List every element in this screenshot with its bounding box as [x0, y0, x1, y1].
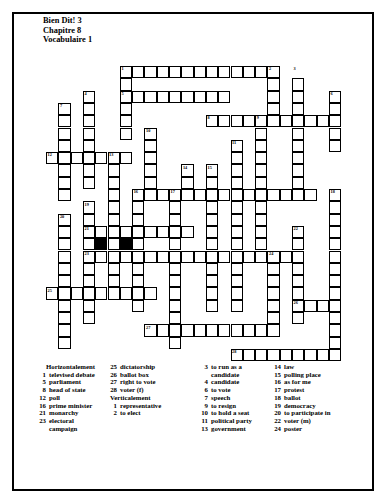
grid-cell-r20c3[interactable] [83, 312, 95, 324]
grid-cell-r16c15[interactable] [231, 263, 243, 275]
clue-text: poster [284, 425, 302, 433]
clue-item-continuation: campaign [36, 425, 95, 433]
grid-cell-r18c23[interactable] [329, 287, 341, 299]
grid-cell-r9c15[interactable] [231, 177, 243, 189]
grid-cell-r10c20[interactable] [292, 189, 304, 201]
clue-item-14: 14law [271, 363, 330, 371]
grid-cell-r11c23[interactable] [329, 201, 341, 213]
grid-cell-r13c8[interactable] [144, 226, 156, 238]
grid-cell-r23c23[interactable] [329, 349, 341, 361]
grid-cell-r10c15[interactable] [231, 189, 243, 201]
clue-item-4: 4candidate [198, 378, 252, 386]
grid-cell-r11c5[interactable] [108, 201, 120, 213]
grid-cell-r15c12[interactable] [194, 251, 206, 263]
clue-text: law [284, 363, 294, 371]
grid-cell-r12c1[interactable] [58, 214, 70, 226]
grid-cell-r17c20[interactable] [292, 275, 304, 287]
grid-cell-r10c12[interactable] [194, 189, 206, 201]
clue-item-2: 2to elect [107, 409, 161, 417]
clue-number: 3 [198, 363, 208, 371]
grid-cell-r9c3[interactable] [83, 177, 95, 189]
grid-cell-r22c10[interactable] [169, 337, 181, 349]
grid-cell-r17c23[interactable] [329, 275, 341, 287]
grid-cell-r4c20[interactable] [292, 115, 304, 127]
grid-cell-r18c2[interactable] [71, 287, 83, 299]
grid-cell-r11c3[interactable] [83, 201, 95, 213]
grid-cell-r10c17[interactable] [255, 189, 267, 201]
grid-cell-r0c6[interactable] [120, 66, 132, 78]
grid-cell-r20c10[interactable] [169, 312, 181, 324]
grid-cell-r17c10[interactable] [169, 275, 181, 287]
grid-cell-r23c17[interactable] [255, 349, 267, 361]
grid-cell-r5c6[interactable] [120, 128, 132, 140]
clue-item-continuation: candidate [198, 371, 252, 379]
grid-cell-r12c7[interactable] [132, 214, 144, 226]
clue-item-12: 12poll [36, 394, 95, 402]
grid-cell-r2c20[interactable] [292, 91, 304, 103]
grid-cell-r15c6[interactable] [120, 251, 132, 263]
grid-cell-r7c1[interactable] [58, 152, 70, 164]
grid-cell-r15c19[interactable] [280, 251, 292, 263]
clue-number: 22 [271, 417, 281, 425]
clue-text: to elect [120, 409, 141, 417]
grid-cell-r0c13[interactable] [206, 66, 218, 78]
grid-cell-r13c5[interactable] [108, 226, 120, 238]
grid-cell-r4c22[interactable] [317, 115, 329, 127]
clue-item-22: 22voter (m) [271, 417, 330, 425]
grid-cell-r16c10[interactable] [169, 263, 181, 275]
clue-number: 2 [107, 409, 117, 417]
grid-cell-r10c7[interactable] [132, 189, 144, 201]
grid-cell-r18c15[interactable] [231, 287, 243, 299]
grid-cell-r10c11[interactable] [181, 189, 193, 201]
grid-cell-r0c10[interactable] [169, 66, 181, 78]
grid-cell-r12c5[interactable] [108, 214, 120, 226]
grid-cell-r10c19[interactable] [280, 189, 292, 201]
grid-cell-r9c8[interactable] [144, 177, 156, 189]
clue-number: 9 [198, 402, 208, 410]
clue-text: speech [211, 394, 230, 402]
grid-cell-r9c17[interactable] [255, 177, 267, 189]
grid-cell-r1c6[interactable] [120, 78, 132, 90]
grid-cell-r14c7[interactable] [132, 238, 144, 250]
grid-cell-r4c3[interactable] [83, 115, 95, 127]
grid-cell-r7c15[interactable] [231, 152, 243, 164]
grid-cell-r23c18[interactable] [267, 349, 279, 361]
grid-cell-r20c18[interactable] [267, 312, 279, 324]
grid-cell-r15c5[interactable] [108, 251, 120, 263]
grid-cell-r19c18[interactable] [267, 300, 279, 312]
grid-cell-r13c11[interactable] [181, 226, 193, 238]
grid-cell-r7c6[interactable] [120, 152, 132, 164]
clue-number: 14 [271, 363, 281, 371]
grid-cell-r17c15[interactable] [231, 275, 243, 287]
grid-cell-r3c6[interactable] [120, 103, 132, 115]
grid-cell-r19c10[interactable] [169, 300, 181, 312]
grid-cell-r15c8[interactable] [144, 251, 156, 263]
grid-cell-r14c20[interactable] [292, 238, 304, 250]
grid-cell-r14c10[interactable] [169, 238, 181, 250]
grid-cell-r3c1[interactable] [58, 103, 70, 115]
grid-cell-r2c14[interactable] [218, 91, 230, 103]
grid-cell-r17c18[interactable] [267, 275, 279, 287]
grid-cell-r14c13[interactable] [206, 238, 218, 250]
grid-cell-r21c18[interactable] [267, 324, 279, 336]
clue-item-25: 25dictatorship [107, 363, 161, 371]
grid-cell-r22c23[interactable] [329, 337, 341, 349]
grid-cell-r19c3[interactable] [83, 300, 95, 312]
grid-cell-r21c13[interactable] [206, 324, 218, 336]
grid-cell-r10c16[interactable] [243, 189, 255, 201]
grid-cell-r3c3[interactable] [83, 103, 95, 115]
grid-cell-r13c1[interactable] [58, 226, 70, 238]
grid-cell-r6c15[interactable] [231, 140, 243, 152]
grid-cell-r10c9[interactable] [157, 189, 169, 201]
grid-cell-r8c13[interactable] [206, 164, 218, 176]
grid-cell-r12c10[interactable] [169, 214, 181, 226]
grid-cell-r23c21[interactable] [304, 349, 316, 361]
grid-cell-r13c20[interactable] [292, 226, 304, 238]
clue-item-5: 5parliament [36, 378, 95, 386]
clue-item-9: 9to resign [198, 402, 252, 410]
clue-text: representative [120, 402, 161, 410]
grid-cell-r17c3[interactable] [83, 275, 95, 287]
grid-cell-r17c13[interactable] [206, 275, 218, 287]
grid-cell-r20c23[interactable] [329, 312, 341, 324]
grid-cell-r2c23[interactable] [329, 91, 341, 103]
clue-text: political party [211, 417, 252, 425]
clue-number: 6 [198, 386, 208, 394]
grid-cell-r2c9[interactable] [157, 91, 169, 103]
grid-cell-r2c12[interactable] [194, 91, 206, 103]
grid-cell-r0c18[interactable] [267, 66, 279, 78]
grid-cell-r15c16[interactable] [243, 251, 255, 263]
grid-cell-r18c8[interactable] [144, 287, 156, 299]
grid-cell-r4c1[interactable] [58, 115, 70, 127]
title-line-3: Vocabulaire 1 [43, 35, 92, 44]
grid-cell-r18c3[interactable] [83, 287, 95, 299]
grid-cell-r8c17[interactable] [255, 164, 267, 176]
grid-cell-r18c10[interactable] [169, 287, 181, 299]
grid-cell-r4c13[interactable] [206, 115, 218, 127]
grid-cell-r8c20[interactable] [292, 164, 304, 176]
grid-cell-r16c5[interactable] [108, 263, 120, 275]
grid-cell-r8c5[interactable] [108, 164, 120, 176]
grid-cell-r14c3[interactable] [83, 238, 95, 250]
grid-cell-r18c7[interactable] [132, 287, 144, 299]
grid-cell-r4c18[interactable] [267, 115, 279, 127]
grid-cell-r20c20[interactable] [292, 312, 304, 324]
grid-cell-r6c8[interactable] [144, 140, 156, 152]
clue-column-4: 14law15polling place16as for me17protest… [271, 363, 330, 432]
grid-cell-r4c14[interactable] [218, 115, 230, 127]
grid-cell-r21c10[interactable] [169, 324, 181, 336]
grid-cell-r12c23[interactable] [329, 214, 341, 226]
grid-cell-r13c7[interactable] [132, 226, 144, 238]
clue-column-3: 3to run as acandidate4candidate6to vote7… [198, 363, 252, 432]
grid-cell-r0c16[interactable] [243, 66, 255, 78]
grid-cell-r9c13[interactable] [206, 177, 218, 189]
grid-cell-r15c11[interactable] [181, 251, 193, 263]
grid-cell-r18c13[interactable] [206, 287, 218, 299]
grid-cell-r21c14[interactable] [218, 324, 230, 336]
clue-item-16: 16as for me [271, 378, 330, 386]
grid-cell-r8c8[interactable] [144, 164, 156, 176]
grid-cell-r2c13[interactable] [206, 91, 218, 103]
grid-cell-r13c9[interactable] [157, 226, 169, 238]
grid-cell-r0c14[interactable] [218, 66, 230, 78]
grid-cell-r9c11[interactable] [181, 177, 193, 189]
grid-cell-r15c4[interactable] [95, 251, 107, 263]
grid-cell-r0c12[interactable] [194, 66, 206, 78]
grid-cell-r7c2[interactable] [71, 152, 83, 164]
grid-cell-r7c4[interactable] [95, 152, 107, 164]
grid-cell-r6c1[interactable] [58, 140, 70, 152]
clue-column-2: 25dictatorship26ballot box27right to vot… [107, 363, 161, 417]
grid-cell-r19c7[interactable] [132, 300, 144, 312]
grid-cell-r23c15[interactable] [231, 349, 243, 361]
grid-cell-r5c23[interactable] [329, 128, 341, 140]
grid-cell-r16c20[interactable] [292, 263, 304, 275]
grid-cell-r23c20[interactable] [292, 349, 304, 361]
grid-cell-r13c13[interactable] [206, 226, 218, 238]
grid-cell-r9c1[interactable] [58, 177, 70, 189]
grid-cell-r16c23[interactable] [329, 263, 341, 275]
grid-cell-r11c13[interactable] [206, 201, 218, 213]
grid-cell-r0c17[interactable] [255, 66, 267, 78]
grid-cell-r14c5[interactable] [108, 238, 120, 250]
grid-cell-r14c23[interactable] [329, 238, 341, 250]
grid-cell-r19c23[interactable] [329, 300, 341, 312]
grid-cell-r5c3[interactable] [83, 128, 95, 140]
grid-cell-r2c7[interactable] [132, 91, 144, 103]
grid-cell-r13c6[interactable] [120, 226, 132, 238]
grid-cell-r15c17[interactable] [255, 251, 267, 263]
grid-cell-r22c1[interactable] [58, 337, 70, 349]
grid-cell-r3c18[interactable] [267, 103, 279, 115]
grid-cell-r14c15[interactable] [231, 238, 243, 250]
grid-cell-r9c5[interactable] [108, 177, 120, 189]
clue-text: dictatorship [120, 363, 155, 371]
clue-column-1: Horizontalement1televised debate5parliam… [36, 363, 95, 432]
grid-cell-r2c3[interactable] [83, 91, 95, 103]
grid-cell-r10c8[interactable] [144, 189, 156, 201]
grid-cell-r10c18[interactable] [267, 189, 279, 201]
grid-cell-r4c16[interactable] [243, 115, 255, 127]
grid-cell-r15c13[interactable] [206, 251, 218, 263]
grid-cell-r19c13[interactable] [206, 300, 218, 312]
grid-cell-r6c23[interactable] [329, 140, 341, 152]
grid-cell-r19c15[interactable] [231, 300, 243, 312]
grid-cell-r21c9[interactable] [157, 324, 169, 336]
grid-cell-r19c20[interactable] [292, 300, 304, 312]
clue-text: voter (f) [120, 386, 143, 394]
grid-cell-r1c18[interactable] [267, 78, 279, 90]
grid-cell-r15c7[interactable] [132, 251, 144, 263]
grid-cell-r15c14[interactable] [218, 251, 230, 263]
grid-cell-r23c22[interactable] [317, 349, 329, 361]
grid-cell-r16c7[interactable] [132, 263, 144, 275]
grid-cell-r2c10[interactable] [169, 91, 181, 103]
grid-cell-r2c11[interactable] [181, 91, 193, 103]
clue-item-15: 15polling place [271, 371, 330, 379]
grid-cell-r3c23[interactable] [329, 103, 341, 115]
grid-cell-r8c11[interactable] [181, 164, 193, 176]
grid-cell-r4c6[interactable] [120, 115, 132, 127]
clue-text: parliament [49, 378, 81, 386]
grid-cell-r21c17[interactable] [255, 324, 267, 336]
grid-cell-r2c18[interactable] [267, 91, 279, 103]
grid-cell-r12c3[interactable] [83, 214, 95, 226]
grid-cell-r4c17[interactable] [255, 115, 267, 127]
grid-cell-r18c1[interactable] [58, 287, 70, 299]
grid-cell-r13c15[interactable] [231, 226, 243, 238]
grid-cell-r11c10[interactable] [169, 201, 181, 213]
grid-cell-r21c23[interactable] [329, 324, 341, 336]
grid-cell-r19c1[interactable] [58, 300, 70, 312]
grid-cell-r6c20[interactable] [292, 140, 304, 152]
grid-cell-r15c1[interactable] [58, 251, 70, 263]
grid-cell-r10c21[interactable] [304, 189, 316, 201]
grid-cell-r7c17[interactable] [255, 152, 267, 164]
grid-cell-r10c10[interactable] [169, 189, 181, 201]
grid-cell-r16c3[interactable] [83, 263, 95, 275]
grid-cell-r15c23[interactable] [329, 251, 341, 263]
grid-cell-r3c20[interactable] [292, 103, 304, 115]
grid-cell-r15c18[interactable] [267, 251, 279, 263]
grid-cell-r19c21[interactable] [304, 300, 316, 312]
grid-cell-r0c15[interactable] [231, 66, 243, 78]
clue-text: polling place [284, 371, 321, 379]
grid-cell-r12c17[interactable] [255, 214, 267, 226]
grid-cell-r17c7[interactable] [132, 275, 144, 287]
grid-cell-r4c21[interactable] [304, 115, 316, 127]
grid-cell-r18c18[interactable] [267, 287, 279, 299]
grid-cell-r4c15[interactable] [231, 115, 243, 127]
worksheet-page: Bien Dit! 3 Chapitre 8 Vocabulaire 1 123… [0, 0, 386, 500]
grid-cell-r10c14[interactable] [218, 189, 230, 201]
clue-item-26: 26ballot box [107, 371, 161, 379]
grid-cell-r13c3[interactable] [83, 226, 95, 238]
grid-cell-r6c17[interactable] [255, 140, 267, 152]
grid-cell-r15c9[interactable] [157, 251, 169, 263]
grid-cell-r15c20[interactable] [292, 251, 304, 263]
grid-cell-r17c1[interactable] [58, 275, 70, 287]
grid-cell-r7c3[interactable] [83, 152, 95, 164]
grid-cell-r13c4[interactable] [95, 226, 107, 238]
grid-cell-r8c15[interactable] [231, 164, 243, 176]
grid-cell-r18c0[interactable] [46, 287, 58, 299]
grid-cell-r7c0[interactable] [46, 152, 58, 164]
clue-item-18: 18ballot [271, 394, 330, 402]
grid-cell-r15c3[interactable] [83, 251, 95, 263]
grid-cell-r11c15[interactable] [231, 201, 243, 213]
clue-item-7: 7speech [198, 394, 252, 402]
grid-cell-r18c5[interactable] [108, 287, 120, 299]
grid-cell-r16c18[interactable] [267, 263, 279, 275]
clue-item-1: 1representative [107, 402, 161, 410]
grid-cell-r16c13[interactable] [206, 263, 218, 275]
grid-cell-r10c23[interactable] [329, 189, 341, 201]
grid-cell-r12c13[interactable] [206, 214, 218, 226]
grid-cell-r6c3[interactable] [83, 140, 95, 152]
clue-text: democracy [284, 402, 316, 410]
clue-text: candidate [211, 378, 239, 386]
clue-text: to resign [211, 402, 236, 410]
clue-section-header: Horizontalement [46, 363, 95, 371]
grid-cell-r13c10[interactable] [169, 226, 181, 238]
grid-cell-r5c8[interactable] [144, 128, 156, 140]
clue-number: 7 [198, 394, 208, 402]
clue-item-3: 3to run as a [198, 363, 252, 371]
grid-cell-r5c20[interactable] [292, 128, 304, 140]
grid-cell-r9c20[interactable] [292, 177, 304, 189]
grid-cell-r13c17[interactable] [255, 226, 267, 238]
grid-cell-r11c7[interactable] [132, 201, 144, 213]
grid-cell-r13c23[interactable] [329, 226, 341, 238]
grid-cell-r0c7[interactable] [132, 66, 144, 78]
clue-number: 19 [271, 402, 281, 410]
grid-cell-r14c17[interactable] [255, 238, 267, 250]
grid-cell-r0c9[interactable] [157, 66, 169, 78]
grid-cell-r10c5[interactable] [108, 189, 120, 201]
grid-cell-r21c12[interactable] [194, 324, 206, 336]
clue-number: 16 [271, 378, 281, 386]
grid-cell-r12c15[interactable] [231, 214, 243, 226]
title-line-1: Bien Dit! 3 [43, 16, 82, 25]
grid-cell-r14c1[interactable] [58, 238, 70, 250]
grid-cell-r17c5[interactable] [108, 275, 120, 287]
clue-number: 25 [107, 363, 117, 371]
grid-cell-r21c1[interactable] [58, 324, 70, 336]
grid-cell-r8c3[interactable] [83, 164, 95, 176]
grid-cell-r0c8[interactable] [144, 66, 156, 78]
grid-cell-r21c16[interactable] [243, 324, 255, 336]
grid-cell-r19c22[interactable] [317, 300, 329, 312]
grid-cell-r23c19[interactable] [280, 349, 292, 361]
grid-cell-r7c5[interactable] [108, 152, 120, 164]
grid-cell-r2c6[interactable] [120, 91, 132, 103]
grid-cell-r10c1[interactable] [58, 189, 70, 201]
clue-item-21: 21monarchy [36, 409, 95, 417]
grid-cell-r0c11[interactable] [181, 66, 193, 78]
grid-cell-r21c11[interactable] [181, 324, 193, 336]
grid-cell-r2c8[interactable] [144, 91, 156, 103]
grid-cell-r21c8[interactable] [144, 324, 156, 336]
grid-cell-r4c23[interactable] [329, 115, 341, 127]
grid-cell-r1c20[interactable] [292, 78, 304, 90]
grid-cell-r20c1[interactable] [58, 312, 70, 324]
grid-cell-r5c17[interactable] [255, 128, 267, 140]
grid-cell-r16c1[interactable] [58, 263, 70, 275]
grid-cell-r10c13[interactable] [206, 189, 218, 201]
grid-cell-r18c20[interactable] [292, 287, 304, 299]
grid-cell-r15c15[interactable] [231, 251, 243, 263]
grid-cell-r4c19[interactable] [280, 115, 292, 127]
clue-text: voter (m) [284, 417, 311, 425]
grid-cell-r15c10[interactable] [169, 251, 181, 263]
grid-cell-r18c4[interactable] [95, 287, 107, 299]
grid-cell-r5c1[interactable] [58, 128, 70, 140]
grid-cell-r18c6[interactable] [120, 287, 132, 299]
grid-cell-r7c8[interactable] [144, 152, 156, 164]
grid-cell-r21c15[interactable] [231, 324, 243, 336]
grid-cell-r11c17[interactable] [255, 201, 267, 213]
grid-cell-r23c16[interactable] [243, 349, 255, 361]
grid-cell-r7c20[interactable] [292, 152, 304, 164]
clue-item-13: 13government [198, 425, 252, 433]
grid-cell-r8c1[interactable] [58, 164, 70, 176]
